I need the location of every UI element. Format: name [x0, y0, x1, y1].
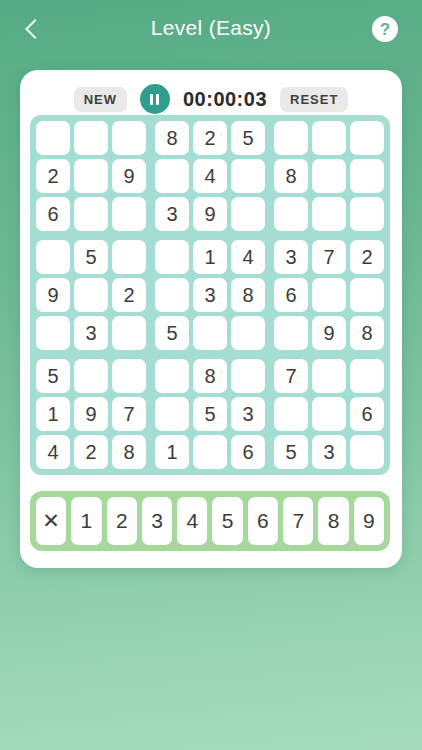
- cell-r4c4[interactable]: [155, 240, 189, 274]
- page-title: Level (Easy): [0, 16, 422, 40]
- cell-r5c5[interactable]: 3: [193, 278, 227, 312]
- cell-r2c2[interactable]: [74, 159, 108, 193]
- cell-r1c4[interactable]: 8: [155, 121, 189, 155]
- cell-r1c1[interactable]: [36, 121, 70, 155]
- app-screen: Level (Easy) ? NEW 00:00:03 RESET 825294…: [0, 0, 422, 750]
- cell-r2c9[interactable]: [350, 159, 384, 193]
- cell-r4c3[interactable]: [112, 240, 146, 274]
- reset-button[interactable]: RESET: [280, 87, 348, 112]
- cell-r5c3[interactable]: 2: [112, 278, 146, 312]
- cell-r5c7[interactable]: 6: [274, 278, 308, 312]
- board-row-7: 587: [36, 359, 384, 393]
- cell-r5c2[interactable]: [74, 278, 108, 312]
- cell-r2c1[interactable]: 2: [36, 159, 70, 193]
- numpad-key-7[interactable]: 7: [283, 497, 313, 545]
- cell-r5c4[interactable]: [155, 278, 189, 312]
- help-button[interactable]: ?: [372, 16, 398, 42]
- cell-r7c3[interactable]: [112, 359, 146, 393]
- board-row-2: 2948: [36, 159, 384, 193]
- board-row-6: 3598: [36, 316, 384, 350]
- numpad-key-1[interactable]: 1: [71, 497, 101, 545]
- cell-r3c1[interactable]: 6: [36, 197, 70, 231]
- cell-r3c9[interactable]: [350, 197, 384, 231]
- board-row-8: 197536: [36, 397, 384, 431]
- cell-r2c6[interactable]: [231, 159, 265, 193]
- cell-r1c5[interactable]: 2: [193, 121, 227, 155]
- cell-r5c9[interactable]: [350, 278, 384, 312]
- cell-r7c7[interactable]: 7: [274, 359, 308, 393]
- cell-r2c4[interactable]: [155, 159, 189, 193]
- cell-r6c9[interactable]: 8: [350, 316, 384, 350]
- cell-r3c3[interactable]: [112, 197, 146, 231]
- cell-r6c2[interactable]: 3: [74, 316, 108, 350]
- cell-r1c9[interactable]: [350, 121, 384, 155]
- pause-icon: [150, 94, 153, 105]
- cell-r6c1[interactable]: [36, 316, 70, 350]
- cell-r3c8[interactable]: [312, 197, 346, 231]
- cell-r8c4[interactable]: [155, 397, 189, 431]
- cell-r9c6[interactable]: 6: [231, 435, 265, 469]
- numpad-key-9[interactable]: 9: [354, 497, 384, 545]
- cell-r5c8[interactable]: [312, 278, 346, 312]
- numpad-key-8[interactable]: 8: [318, 497, 348, 545]
- cell-r3c2[interactable]: [74, 197, 108, 231]
- board-row-3: 639: [36, 197, 384, 231]
- cell-r8c1[interactable]: 1: [36, 397, 70, 431]
- board-row-1: 825: [36, 121, 384, 155]
- cell-r9c9[interactable]: [350, 435, 384, 469]
- cell-r8c2[interactable]: 9: [74, 397, 108, 431]
- cell-r7c4[interactable]: [155, 359, 189, 393]
- cell-r5c6[interactable]: 8: [231, 278, 265, 312]
- cell-r9c3[interactable]: 8: [112, 435, 146, 469]
- board-row-9: 4281653: [36, 435, 384, 469]
- board-row-5: 92386: [36, 278, 384, 312]
- cell-r2c7[interactable]: 8: [274, 159, 308, 193]
- cell-r6c8[interactable]: 9: [312, 316, 346, 350]
- pause-button[interactable]: [140, 84, 170, 114]
- cell-r4c7[interactable]: 3: [274, 240, 308, 274]
- toolbar: NEW 00:00:03 RESET: [20, 83, 402, 115]
- cell-r1c2[interactable]: [74, 121, 108, 155]
- sudoku-board: 8252948639514372923863598587197536428165…: [30, 115, 390, 475]
- cell-r3c7[interactable]: [274, 197, 308, 231]
- cell-r5c1[interactable]: 9: [36, 278, 70, 312]
- cell-r9c5[interactable]: [193, 435, 227, 469]
- cell-r4c1[interactable]: [36, 240, 70, 274]
- cell-r9c2[interactable]: 2: [74, 435, 108, 469]
- question-mark-icon: ?: [380, 21, 390, 38]
- cell-r2c8[interactable]: [312, 159, 346, 193]
- cell-r7c5[interactable]: 8: [193, 359, 227, 393]
- cell-r2c5[interactable]: 4: [193, 159, 227, 193]
- cell-r7c1[interactable]: 5: [36, 359, 70, 393]
- cell-r1c6[interactable]: 5: [231, 121, 265, 155]
- numpad-key-6[interactable]: 6: [248, 497, 278, 545]
- cell-r7c8[interactable]: [312, 359, 346, 393]
- cell-r9c8[interactable]: 3: [312, 435, 346, 469]
- cell-r4c9[interactable]: 2: [350, 240, 384, 274]
- numpad-key-5[interactable]: 5: [212, 497, 242, 545]
- cell-r4c6[interactable]: 4: [231, 240, 265, 274]
- cell-r1c8[interactable]: [312, 121, 346, 155]
- cell-r3c5[interactable]: 9: [193, 197, 227, 231]
- cell-r8c7[interactable]: [274, 397, 308, 431]
- board-row-4: 514372: [36, 240, 384, 274]
- cell-r7c6[interactable]: [231, 359, 265, 393]
- timer-display: 00:00:03: [183, 88, 267, 111]
- numpad-key-2[interactable]: 2: [107, 497, 137, 545]
- cell-r8c8[interactable]: [312, 397, 346, 431]
- cell-r6c5[interactable]: [193, 316, 227, 350]
- cell-r6c3[interactable]: [112, 316, 146, 350]
- cell-r7c9[interactable]: [350, 359, 384, 393]
- cell-r3c6[interactable]: [231, 197, 265, 231]
- cell-r6c4[interactable]: 5: [155, 316, 189, 350]
- cell-r9c7[interactable]: 5: [274, 435, 308, 469]
- cell-r4c8[interactable]: 7: [312, 240, 346, 274]
- cell-r4c2[interactable]: 5: [74, 240, 108, 274]
- cell-r6c6[interactable]: [231, 316, 265, 350]
- cell-r1c3[interactable]: [112, 121, 146, 155]
- cell-r4c5[interactable]: 1: [193, 240, 227, 274]
- numpad-key-3[interactable]: 3: [142, 497, 172, 545]
- cell-r3c4[interactable]: 3: [155, 197, 189, 231]
- new-game-button[interactable]: NEW: [74, 87, 127, 112]
- cell-r9c4[interactable]: 1: [155, 435, 189, 469]
- cell-r1c7[interactable]: [274, 121, 308, 155]
- delete-key[interactable]: ✕: [36, 497, 66, 545]
- number-pad: ✕123456789: [30, 491, 390, 551]
- cell-r8c3[interactable]: 7: [112, 397, 146, 431]
- cell-r2c3[interactable]: 9: [112, 159, 146, 193]
- cell-r8c6[interactable]: 3: [231, 397, 265, 431]
- cell-r7c2[interactable]: [74, 359, 108, 393]
- header: Level (Easy) ?: [0, 0, 422, 58]
- cell-r8c9[interactable]: 6: [350, 397, 384, 431]
- cell-r8c5[interactable]: 5: [193, 397, 227, 431]
- cell-r9c1[interactable]: 4: [36, 435, 70, 469]
- numpad-key-4[interactable]: 4: [177, 497, 207, 545]
- game-card: NEW 00:00:03 RESET 825294863951437292386…: [20, 70, 402, 568]
- cell-r6c7[interactable]: [274, 316, 308, 350]
